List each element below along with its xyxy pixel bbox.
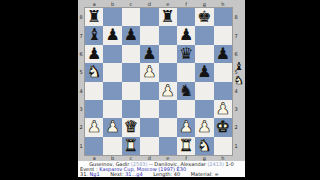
square-a6[interactable]: ♟	[85, 45, 103, 63]
move-status-line: 31. Ng1 Next: 31...g4 Length: 40 Materia…	[78, 172, 245, 177]
rank-label-3: 3	[78, 100, 84, 118]
square-e5[interactable]	[159, 63, 177, 81]
square-c3[interactable]	[122, 100, 140, 118]
square-c1[interactable]: ♜	[122, 137, 140, 155]
square-g3[interactable]	[195, 100, 213, 118]
white-queen: ♛	[122, 118, 140, 136]
square-d8[interactable]	[140, 8, 158, 26]
rank-label-7: 7	[233, 26, 239, 44]
square-b8[interactable]	[103, 8, 121, 26]
square-f1[interactable]: ♜	[177, 137, 195, 155]
square-e4[interactable]: ♟	[159, 82, 177, 100]
square-c4[interactable]	[122, 82, 140, 100]
square-b7[interactable]: ♟	[103, 26, 121, 44]
square-f4[interactable]: ♞	[177, 82, 195, 100]
square-d3[interactable]	[140, 100, 158, 118]
game-info-panel: Guseinov, Gadir (2583) -- Danilovic, Ale…	[78, 161, 245, 177]
square-b5[interactable]	[103, 63, 121, 81]
rank-label-6: 6	[78, 45, 84, 63]
black-bishop-icon: ♝	[234, 60, 244, 74]
rank-label-8: 8	[233, 8, 239, 26]
square-e3[interactable]	[159, 100, 177, 118]
square-e8[interactable]: ♜	[159, 8, 177, 26]
square-h7[interactable]	[214, 26, 232, 44]
square-c5[interactable]	[122, 63, 140, 81]
square-b1[interactable]	[103, 137, 121, 155]
square-h2[interactable]: ♚	[214, 118, 232, 136]
square-b3[interactable]	[103, 100, 121, 118]
white-pawn: ♟	[195, 118, 213, 136]
black-king: ♚	[195, 8, 213, 26]
rank-label-4: 4	[78, 82, 84, 100]
white-rook: ♜	[122, 137, 140, 155]
rank-label-2: 2	[78, 118, 84, 136]
length-value: 40	[174, 171, 180, 177]
square-e2[interactable]	[159, 118, 177, 136]
rank-label-3: 3	[233, 100, 239, 118]
square-h8[interactable]	[214, 8, 232, 26]
current-move-number: 31.	[80, 171, 88, 177]
square-b4[interactable]	[103, 82, 121, 100]
black-player-rating: (2413)	[207, 161, 224, 167]
square-d4[interactable]	[140, 82, 158, 100]
black-pawn: ♟	[103, 26, 121, 44]
square-d6[interactable]: ♟	[140, 45, 158, 63]
square-f5[interactable]	[177, 63, 195, 81]
square-h4[interactable]	[214, 82, 232, 100]
square-d7[interactable]	[140, 26, 158, 44]
square-g5[interactable]: ♟	[195, 63, 213, 81]
rank-label-1: 1	[78, 137, 84, 155]
file-label-d: d	[140, 1, 158, 7]
square-h5[interactable]	[214, 63, 232, 81]
square-a3[interactable]	[85, 100, 103, 118]
material-imbalance-indicator: ♝ ♞	[234, 60, 245, 88]
game-result: 1-0	[226, 161, 234, 167]
rank-label-5: 5	[78, 63, 84, 81]
black-pawn: ♟	[177, 26, 195, 44]
black-rook: ♜	[85, 8, 103, 26]
square-f6[interactable]: ♛	[177, 45, 195, 63]
square-f3[interactable]	[177, 100, 195, 118]
square-a4[interactable]	[85, 82, 103, 100]
white-rook: ♜	[177, 137, 195, 155]
rank-labels-left: 87654321	[78, 8, 84, 155]
black-queen: ♛	[177, 45, 195, 63]
square-g6[interactable]	[195, 45, 213, 63]
black-pawn: ♟	[140, 45, 158, 63]
white-pawn: ♟	[140, 63, 158, 81]
rank-label-1: 1	[233, 137, 239, 155]
square-c8[interactable]	[122, 8, 140, 26]
white-pawn: ♟	[103, 118, 121, 136]
square-h6[interactable]: ♟	[214, 45, 232, 63]
square-f2[interactable]: ♟	[177, 118, 195, 136]
next-move[interactable]: 31...g4	[125, 171, 143, 177]
white-pawn: ♟	[177, 118, 195, 136]
square-g2[interactable]: ♟	[195, 118, 213, 136]
square-g7[interactable]	[195, 26, 213, 44]
square-f7[interactable]: ♟	[177, 26, 195, 44]
rank-label-8: 8	[78, 8, 84, 26]
black-pawn: ♟	[85, 45, 103, 63]
black-knight: ♞	[177, 82, 195, 100]
file-label-c: c	[122, 1, 140, 7]
square-a8[interactable]: ♜	[85, 8, 103, 26]
white-pawn: ♟	[159, 82, 177, 100]
square-h3[interactable]: ♟	[214, 100, 232, 118]
next-label: Next:	[110, 171, 123, 177]
square-e1[interactable]	[159, 137, 177, 155]
square-f8[interactable]	[177, 8, 195, 26]
white-knight: ♞	[195, 137, 213, 155]
material-label: Material:	[191, 171, 213, 177]
square-b2[interactable]: ♟	[103, 118, 121, 136]
file-label-h: h	[214, 1, 232, 7]
square-d1[interactable]	[140, 137, 158, 155]
square-d2[interactable]	[140, 118, 158, 136]
rank-label-7: 7	[78, 26, 84, 44]
white-pawn: ♟	[214, 100, 232, 118]
white-knight-icon: ♞	[234, 74, 244, 88]
square-a2[interactable]: ♟	[85, 118, 103, 136]
black-pawn: ♟	[214, 45, 232, 63]
black-pawn: ♟	[122, 26, 140, 44]
chess-board: ♜♜♚♝♟♟♟♟♟♛♟♞♟♟♟♞♟♟♟♛♟♟♚♜♜♞	[85, 8, 232, 155]
square-a7[interactable]: ♝	[85, 26, 103, 44]
square-c7[interactable]: ♟	[122, 26, 140, 44]
black-bishop: ♝	[85, 26, 103, 44]
square-e6[interactable]	[159, 45, 177, 63]
square-a5[interactable]: ♞	[85, 63, 103, 81]
file-label-f: f	[177, 1, 195, 7]
current-move[interactable]: Ng1	[90, 171, 100, 177]
square-a1[interactable]	[85, 137, 103, 155]
material-value: =	[214, 171, 218, 177]
square-c2[interactable]: ♛	[122, 118, 140, 136]
white-pawn: ♟	[85, 118, 103, 136]
rank-label-2: 2	[233, 118, 239, 136]
square-c6[interactable]	[122, 45, 140, 63]
square-h1[interactable]	[214, 137, 232, 155]
file-label-b: b	[103, 1, 121, 7]
square-e7[interactable]	[159, 26, 177, 44]
square-d5[interactable]: ♟	[140, 63, 158, 81]
square-g4[interactable]	[195, 82, 213, 100]
square-b6[interactable]	[103, 45, 121, 63]
white-king: ♚	[214, 118, 232, 136]
black-pawn: ♟	[195, 63, 213, 81]
black-rook: ♜	[159, 8, 177, 26]
white-knight: ♞	[85, 63, 103, 81]
length-label: Length:	[153, 171, 172, 177]
square-g8[interactable]: ♚	[195, 8, 213, 26]
square-g1[interactable]: ♞	[195, 137, 213, 155]
board-frame: abcdefgh 87654321 87654321 ♜♜♚♝♟♟♟♟♟♛♟♞♟…	[78, 0, 245, 177]
